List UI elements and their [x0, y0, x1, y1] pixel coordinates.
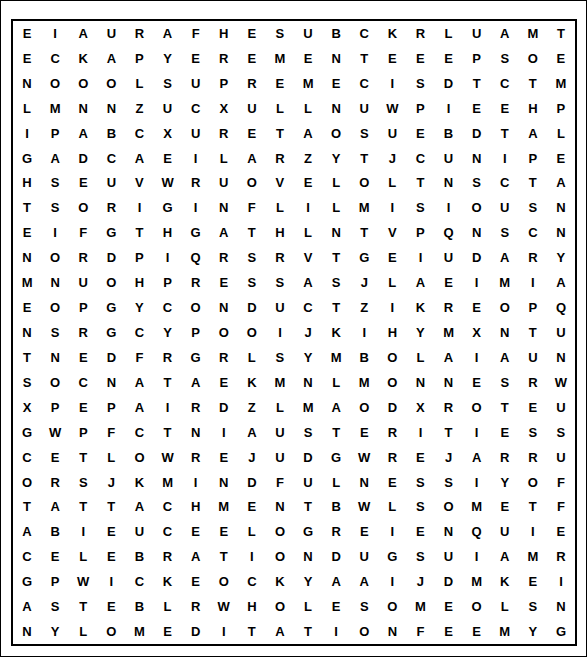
grid-cell[interactable]: M [154, 470, 182, 495]
grid-cell[interactable]: N [463, 220, 491, 245]
grid-cell[interactable]: P [182, 320, 210, 345]
grid-cell[interactable]: X [406, 395, 434, 420]
grid-cell[interactable]: C [13, 544, 41, 569]
grid-cell[interactable]: D [182, 619, 210, 644]
grid-cell[interactable]: D [463, 245, 491, 270]
grid-cell[interactable]: U [491, 195, 519, 220]
grid-cell[interactable]: S [463, 171, 491, 196]
grid-cell[interactable]: D [97, 345, 125, 370]
grid-cell[interactable]: T [547, 21, 575, 46]
grid-cell[interactable]: R [69, 245, 97, 270]
grid-cell[interactable]: U [97, 21, 125, 46]
grid-cell[interactable]: M [294, 71, 322, 96]
grid-cell[interactable]: N [350, 470, 378, 495]
grid-cell[interactable]: T [322, 420, 350, 445]
grid-cell[interactable]: R [322, 519, 350, 544]
grid-cell[interactable]: N [322, 96, 350, 121]
grid-cell[interactable]: Q [463, 519, 491, 544]
grid-cell[interactable]: C [491, 171, 519, 196]
grid-cell[interactable]: W [154, 171, 182, 196]
grid-cell[interactable]: I [519, 519, 547, 544]
grid-cell[interactable]: S [266, 21, 294, 46]
grid-cell[interactable]: T [69, 494, 97, 519]
grid-cell[interactable]: P [69, 420, 97, 445]
grid-cell[interactable]: I [491, 146, 519, 171]
grid-cell[interactable]: O [41, 71, 69, 96]
grid-cell[interactable]: O [97, 619, 125, 644]
grid-cell[interactable]: U [435, 544, 463, 569]
grid-cell[interactable]: U [266, 445, 294, 470]
grid-cell[interactable]: U [547, 445, 575, 470]
grid-cell[interactable]: L [154, 594, 182, 619]
grid-cell[interactable]: F [97, 420, 125, 445]
grid-cell[interactable]: W [378, 96, 406, 121]
grid-cell[interactable]: U [350, 96, 378, 121]
grid-cell[interactable]: S [154, 71, 182, 96]
grid-cell[interactable]: P [125, 46, 153, 71]
grid-cell[interactable]: C [125, 569, 153, 594]
grid-cell[interactable]: Y [519, 619, 547, 644]
grid-cell[interactable]: T [154, 420, 182, 445]
grid-cell[interactable]: E [154, 619, 182, 644]
grid-cell[interactable]: P [547, 96, 575, 121]
grid-cell[interactable]: N [266, 494, 294, 519]
grid-cell[interactable]: I [154, 245, 182, 270]
grid-cell[interactable]: W [350, 445, 378, 470]
grid-cell[interactable]: I [435, 195, 463, 220]
grid-cell[interactable]: I [463, 270, 491, 295]
grid-cell[interactable]: I [210, 420, 238, 445]
grid-cell[interactable]: E [519, 395, 547, 420]
grid-cell[interactable]: R [238, 71, 266, 96]
grid-cell[interactable]: H [125, 270, 153, 295]
grid-cell[interactable]: E [97, 544, 125, 569]
grid-cell[interactable]: U [547, 320, 575, 345]
grid-cell[interactable]: E [378, 46, 406, 71]
grid-cell[interactable]: A [322, 569, 350, 594]
grid-cell[interactable]: N [435, 370, 463, 395]
grid-cell[interactable]: P [69, 295, 97, 320]
grid-cell[interactable]: M [547, 71, 575, 96]
grid-cell[interactable]: O [13, 470, 41, 495]
grid-cell[interactable]: A [125, 146, 153, 171]
grid-cell[interactable]: T [125, 220, 153, 245]
grid-cell[interactable]: M [125, 619, 153, 644]
grid-cell[interactable]: L [294, 220, 322, 245]
grid-cell[interactable]: F [238, 195, 266, 220]
grid-cell[interactable]: R [182, 395, 210, 420]
grid-cell[interactable]: P [463, 46, 491, 71]
grid-cell[interactable]: R [154, 345, 182, 370]
grid-cell[interactable]: S [238, 270, 266, 295]
grid-cell[interactable]: I [69, 519, 97, 544]
grid-cell[interactable]: M [210, 494, 238, 519]
grid-cell[interactable]: T [238, 619, 266, 644]
grid-cell[interactable]: S [41, 171, 69, 196]
grid-cell[interactable]: E [238, 494, 266, 519]
grid-cell[interactable]: I [378, 195, 406, 220]
grid-cell[interactable]: I [182, 470, 210, 495]
grid-cell[interactable]: M [266, 370, 294, 395]
grid-cell[interactable]: P [210, 71, 238, 96]
grid-cell[interactable]: T [350, 146, 378, 171]
grid-cell[interactable]: A [182, 370, 210, 395]
grid-cell[interactable]: P [41, 121, 69, 146]
grid-cell[interactable]: S [350, 594, 378, 619]
grid-cell[interactable]: I [294, 195, 322, 220]
grid-cell[interactable]: E [406, 121, 434, 146]
grid-cell[interactable]: C [97, 146, 125, 171]
grid-cell[interactable]: I [154, 395, 182, 420]
grid-cell[interactable]: D [322, 544, 350, 569]
grid-cell[interactable]: O [266, 519, 294, 544]
grid-cell[interactable]: R [547, 544, 575, 569]
grid-cell[interactable]: O [519, 46, 547, 71]
grid-cell[interactable]: E [406, 519, 434, 544]
grid-cell[interactable]: G [182, 345, 210, 370]
grid-cell[interactable]: O [125, 445, 153, 470]
grid-cell[interactable]: T [154, 370, 182, 395]
grid-cell[interactable]: E [491, 494, 519, 519]
grid-cell[interactable]: Q [547, 295, 575, 320]
grid-cell[interactable]: T [406, 171, 434, 196]
grid-cell[interactable]: I [547, 569, 575, 594]
grid-cell[interactable]: S [519, 195, 547, 220]
grid-cell[interactable]: O [182, 295, 210, 320]
grid-cell[interactable]: M [322, 345, 350, 370]
grid-cell[interactable]: A [69, 121, 97, 146]
grid-cell[interactable]: J [378, 146, 406, 171]
grid-cell[interactable]: E [266, 71, 294, 96]
grid-cell[interactable]: T [294, 619, 322, 644]
grid-cell[interactable]: H [378, 320, 406, 345]
grid-cell[interactable]: T [491, 121, 519, 146]
grid-cell[interactable]: O [69, 71, 97, 96]
grid-cell[interactable]: U [350, 544, 378, 569]
grid-cell[interactable]: R [378, 420, 406, 445]
grid-cell[interactable]: D [463, 121, 491, 146]
grid-cell[interactable]: M [435, 320, 463, 345]
grid-cell[interactable]: L [378, 494, 406, 519]
grid-cell[interactable]: Z [350, 295, 378, 320]
grid-cell[interactable]: U [266, 420, 294, 445]
grid-cell[interactable]: I [435, 96, 463, 121]
grid-cell[interactable]: R [266, 245, 294, 270]
grid-cell[interactable]: P [41, 395, 69, 420]
grid-cell[interactable]: K [125, 470, 153, 495]
grid-cell[interactable]: A [13, 594, 41, 619]
grid-cell[interactable]: D [238, 470, 266, 495]
grid-cell[interactable]: U [378, 121, 406, 146]
grid-cell[interactable]: K [69, 46, 97, 71]
grid-cell[interactable]: M [294, 395, 322, 420]
grid-cell[interactable]: E [13, 46, 41, 71]
grid-cell[interactable]: Y [406, 320, 434, 345]
grid-cell[interactable]: H [266, 220, 294, 245]
grid-cell[interactable]: O [350, 619, 378, 644]
grid-cell[interactable]: O [463, 195, 491, 220]
grid-cell[interactable]: S [238, 245, 266, 270]
grid-cell[interactable]: P [519, 295, 547, 320]
grid-cell[interactable]: E [210, 370, 238, 395]
grid-cell[interactable]: T [13, 494, 41, 519]
grid-cell[interactable]: R [97, 195, 125, 220]
grid-cell[interactable]: Y [294, 345, 322, 370]
grid-cell[interactable]: S [41, 594, 69, 619]
grid-cell[interactable]: E [182, 519, 210, 544]
grid-cell[interactable]: N [41, 270, 69, 295]
grid-cell[interactable]: B [322, 494, 350, 519]
grid-cell[interactable]: A [406, 270, 434, 295]
grid-cell[interactable]: M [350, 195, 378, 220]
grid-cell[interactable]: S [41, 195, 69, 220]
grid-cell[interactable]: X [210, 96, 238, 121]
grid-cell[interactable]: C [238, 569, 266, 594]
grid-cell[interactable]: E [322, 594, 350, 619]
grid-cell[interactable]: N [322, 220, 350, 245]
grid-cell[interactable]: J [406, 569, 434, 594]
grid-cell[interactable]: I [406, 245, 434, 270]
grid-cell[interactable]: U [97, 171, 125, 196]
grid-cell[interactable]: F [182, 21, 210, 46]
grid-cell[interactable]: I [378, 569, 406, 594]
grid-cell[interactable]: A [125, 494, 153, 519]
grid-cell[interactable]: Z [238, 395, 266, 420]
grid-cell[interactable]: O [350, 171, 378, 196]
grid-cell[interactable]: T [519, 171, 547, 196]
grid-cell[interactable]: B [322, 21, 350, 46]
grid-cell[interactable]: I [463, 420, 491, 445]
grid-cell[interactable]: R [125, 21, 153, 46]
grid-cell[interactable]: G [13, 569, 41, 594]
grid-cell[interactable]: C [350, 21, 378, 46]
grid-cell[interactable]: D [294, 445, 322, 470]
grid-cell[interactable]: R [210, 245, 238, 270]
grid-cell[interactable]: G [182, 220, 210, 245]
grid-cell[interactable]: U [294, 21, 322, 46]
grid-cell[interactable]: I [378, 295, 406, 320]
grid-cell[interactable]: L [69, 619, 97, 644]
grid-cell[interactable]: T [69, 445, 97, 470]
grid-cell[interactable]: T [266, 121, 294, 146]
grid-cell[interactable]: O [69, 195, 97, 220]
grid-cell[interactable]: E [435, 46, 463, 71]
grid-cell[interactable]: S [406, 470, 434, 495]
grid-cell[interactable]: E [154, 146, 182, 171]
grid-cell[interactable]: V [378, 220, 406, 245]
grid-cell[interactable]: O [491, 295, 519, 320]
grid-cell[interactable]: E [406, 445, 434, 470]
grid-cell[interactable]: A [13, 519, 41, 544]
grid-cell[interactable]: U [435, 245, 463, 270]
grid-cell[interactable]: C [406, 146, 434, 171]
grid-cell[interactable]: N [406, 370, 434, 395]
grid-cell[interactable]: T [13, 195, 41, 220]
grid-cell[interactable]: L [491, 594, 519, 619]
grid-cell[interactable]: A [238, 146, 266, 171]
grid-cell[interactable]: W [350, 494, 378, 519]
grid-cell[interactable]: O [378, 594, 406, 619]
grid-cell[interactable]: O [519, 470, 547, 495]
grid-cell[interactable]: A [294, 270, 322, 295]
grid-cell[interactable]: S [266, 270, 294, 295]
grid-cell[interactable]: P [41, 569, 69, 594]
grid-cell[interactable]: O [97, 270, 125, 295]
grid-cell[interactable]: C [294, 295, 322, 320]
grid-cell[interactable]: I [463, 544, 491, 569]
grid-cell[interactable]: S [41, 320, 69, 345]
grid-cell[interactable]: T [435, 420, 463, 445]
grid-cell[interactable]: G [294, 519, 322, 544]
grid-cell[interactable]: D [238, 295, 266, 320]
grid-cell[interactable]: E [97, 594, 125, 619]
grid-cell[interactable]: A [547, 171, 575, 196]
grid-cell[interactable]: A [294, 121, 322, 146]
grid-cell[interactable]: C [125, 320, 153, 345]
grid-cell[interactable]: E [210, 270, 238, 295]
grid-cell[interactable]: S [547, 420, 575, 445]
grid-cell[interactable]: B [350, 345, 378, 370]
grid-cell[interactable]: H [519, 96, 547, 121]
grid-cell[interactable]: N [69, 96, 97, 121]
grid-cell[interactable]: R [491, 445, 519, 470]
grid-cell[interactable]: A [463, 445, 491, 470]
grid-cell[interactable]: C [519, 220, 547, 245]
grid-cell[interactable]: L [294, 594, 322, 619]
grid-cell[interactable]: T [69, 594, 97, 619]
grid-cell[interactable]: W [210, 594, 238, 619]
grid-cell[interactable]: G [350, 245, 378, 270]
grid-cell[interactable]: C [154, 494, 182, 519]
grid-cell[interactable]: R [69, 320, 97, 345]
grid-cell[interactable]: R [210, 345, 238, 370]
grid-cell[interactable]: K [491, 569, 519, 594]
grid-cell[interactable]: C [491, 71, 519, 96]
grid-cell[interactable]: E [435, 619, 463, 644]
grid-cell[interactable]: G [97, 320, 125, 345]
grid-cell[interactable]: T [350, 220, 378, 245]
grid-cell[interactable]: T [322, 295, 350, 320]
grid-cell[interactable]: L [97, 445, 125, 470]
grid-cell[interactable]: I [266, 320, 294, 345]
grid-cell[interactable]: Y [154, 46, 182, 71]
grid-cell[interactable]: O [41, 245, 69, 270]
grid-cell[interactable]: W [547, 370, 575, 395]
grid-cell[interactable]: D [210, 395, 238, 420]
grid-cell[interactable]: P [125, 245, 153, 270]
grid-cell[interactable]: H [182, 494, 210, 519]
grid-cell[interactable]: A [350, 569, 378, 594]
grid-cell[interactable]: L [322, 370, 350, 395]
grid-cell[interactable]: R [519, 245, 547, 270]
grid-cell[interactable]: A [435, 345, 463, 370]
grid-cell[interactable]: C [154, 519, 182, 544]
grid-cell[interactable]: N [378, 619, 406, 644]
grid-cell[interactable]: L [322, 195, 350, 220]
grid-cell[interactable]: O [238, 171, 266, 196]
grid-cell[interactable]: T [322, 245, 350, 270]
grid-cell[interactable]: U [69, 270, 97, 295]
grid-cell[interactable]: L [210, 146, 238, 171]
grid-cell[interactable]: L [125, 71, 153, 96]
grid-cell[interactable]: S [519, 594, 547, 619]
grid-cell[interactable]: N [463, 146, 491, 171]
grid-cell[interactable]: F [547, 470, 575, 495]
grid-cell[interactable]: N [547, 594, 575, 619]
grid-cell[interactable]: T [238, 220, 266, 245]
grid-cell[interactable]: M [13, 270, 41, 295]
grid-cell[interactable]: S [406, 494, 434, 519]
grid-cell[interactable]: E [294, 46, 322, 71]
grid-cell[interactable]: C [154, 295, 182, 320]
grid-cell[interactable]: B [435, 121, 463, 146]
grid-cell[interactable]: Y [322, 146, 350, 171]
grid-cell[interactable]: A [547, 270, 575, 295]
grid-cell[interactable]: S [519, 420, 547, 445]
grid-cell[interactable]: E [97, 519, 125, 544]
grid-cell[interactable]: O [378, 370, 406, 395]
grid-cell[interactable]: Y [491, 470, 519, 495]
grid-cell[interactable]: D [378, 395, 406, 420]
grid-cell[interactable]: T [13, 345, 41, 370]
grid-cell[interactable]: T [97, 494, 125, 519]
grid-cell[interactable]: N [13, 320, 41, 345]
grid-cell[interactable]: L [238, 519, 266, 544]
grid-cell[interactable]: S [491, 370, 519, 395]
grid-cell[interactable]: U [547, 395, 575, 420]
grid-cell[interactable]: E [69, 345, 97, 370]
grid-cell[interactable]: W [154, 445, 182, 470]
grid-cell[interactable]: N [13, 619, 41, 644]
grid-cell[interactable]: R [41, 470, 69, 495]
grid-cell[interactable]: N [13, 71, 41, 96]
grid-cell[interactable]: O [266, 594, 294, 619]
grid-cell[interactable]: N [294, 370, 322, 395]
grid-cell[interactable]: M [519, 544, 547, 569]
grid-cell[interactable]: E [182, 46, 210, 71]
grid-cell[interactable]: L [406, 345, 434, 370]
grid-cell[interactable]: E [491, 420, 519, 445]
grid-cell[interactable]: N [13, 245, 41, 270]
grid-cell[interactable]: L [13, 96, 41, 121]
grid-cell[interactable]: T [210, 544, 238, 569]
grid-cell[interactable]: H [238, 594, 266, 619]
grid-cell[interactable]: E [491, 96, 519, 121]
grid-cell[interactable]: O [97, 71, 125, 96]
grid-cell[interactable]: J [294, 320, 322, 345]
grid-cell[interactable]: E [238, 46, 266, 71]
grid-cell[interactable]: I [378, 519, 406, 544]
grid-cell[interactable]: F [406, 619, 434, 644]
grid-cell[interactable]: E [350, 420, 378, 445]
grid-cell[interactable]: I [519, 270, 547, 295]
grid-cell[interactable]: N [97, 96, 125, 121]
grid-cell[interactable]: E [406, 46, 434, 71]
grid-cell[interactable]: T [519, 494, 547, 519]
grid-cell[interactable]: J [97, 470, 125, 495]
grid-cell[interactable]: Y [41, 619, 69, 644]
grid-cell[interactable]: L [435, 21, 463, 46]
grid-cell[interactable]: E [41, 445, 69, 470]
grid-cell[interactable]: A [491, 21, 519, 46]
grid-cell[interactable]: L [378, 270, 406, 295]
grid-cell[interactable]: M [266, 46, 294, 71]
grid-cell[interactable]: I [406, 420, 434, 445]
grid-cell[interactable]: E [13, 220, 41, 245]
grid-cell[interactable]: R [182, 594, 210, 619]
grid-cell[interactable]: E [13, 295, 41, 320]
grid-cell[interactable]: S [266, 345, 294, 370]
